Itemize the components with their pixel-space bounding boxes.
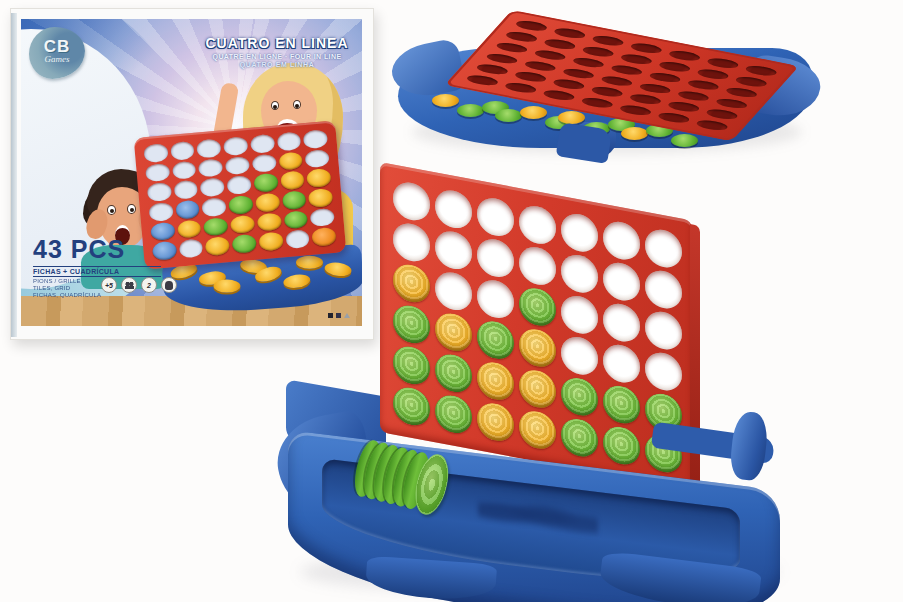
folded-hole-r1c6 [704, 57, 741, 70]
box-cell-r5c3 [203, 217, 228, 237]
base-front-left-foot [365, 556, 497, 602]
players-icon [125, 282, 134, 289]
folded-hole-r2c3 [580, 45, 617, 58]
cell-r1c3-empty [477, 195, 514, 239]
cell-r5c6-green [603, 383, 640, 427]
folded-hole-r1c7 [743, 64, 780, 77]
cell-r2c4-empty [519, 244, 556, 288]
folded-hole-r1c1 [513, 19, 550, 32]
folded-hole-r4c5 [637, 82, 674, 95]
hand-badge [161, 277, 177, 293]
boy-eye [107, 205, 116, 215]
folded-hole-r2c1 [503, 30, 540, 43]
folded-hole-r5c6 [665, 100, 702, 113]
cell-r5c5-green [561, 375, 598, 419]
folded-hole-r4c4 [598, 74, 635, 87]
cell-r6c2-green [435, 392, 472, 436]
girl-eye [293, 100, 301, 109]
folded-hole-r6c5 [617, 104, 654, 117]
folded-hole-r1c2 [551, 27, 588, 40]
players-count-text: 2 [147, 282, 151, 289]
box-cell-r1c4 [223, 136, 248, 156]
cell-r3c5-empty [561, 293, 598, 337]
box-cell-r3c1 [147, 182, 172, 202]
box-cell-r3c4 [227, 175, 252, 195]
folded-hole-r2c6 [695, 67, 732, 80]
folded-hole-r4c1 [484, 52, 521, 65]
box-cell-r1c2 [170, 141, 195, 161]
folded-hole-r4c2 [522, 59, 559, 72]
players-count-badge: 2 [141, 277, 157, 293]
box-cell-r1c1 [143, 143, 168, 163]
cell-r6c4-yellow [519, 408, 556, 452]
box-title: CUATRO EN LINEA [189, 35, 362, 51]
folded-hole-r3c2 [532, 48, 569, 61]
age-badge-text: +5 [105, 282, 113, 289]
box-left-edge [11, 13, 17, 337]
box-cell-r3c3 [200, 178, 225, 198]
cell-r1c5-empty [561, 211, 598, 255]
box-cell-r4c2 [175, 200, 200, 220]
folded-hole-r6c1 [464, 74, 501, 87]
cell-r3c6-empty [603, 301, 640, 345]
folded-hole-r3c6 [685, 78, 722, 91]
cell-r5c4-yellow [519, 367, 556, 411]
cell-r3c3-empty [477, 277, 514, 321]
folded-hole-r6c2 [502, 81, 539, 94]
cell-r3c7-empty [645, 309, 682, 353]
folded-hole-r5c2 [512, 70, 549, 83]
folded-hole-r6c3 [540, 89, 577, 102]
pile-disc-yellow [213, 280, 240, 293]
folded-hole-r2c5 [656, 60, 693, 73]
cell-r4c5-empty [561, 334, 598, 378]
cell-r6c5-green [561, 416, 598, 460]
cell-r4c7-empty [645, 350, 682, 394]
cell-r2c3-empty [477, 236, 514, 280]
cell-r4c3-green [477, 318, 514, 362]
assembled-game-unit [270, 130, 830, 600]
folded-hole-r2c7 [733, 75, 770, 88]
cell-r2c5-empty [561, 252, 598, 296]
base-right-post [729, 410, 770, 481]
box-cell-r6c4 [232, 234, 257, 254]
box-cell-r4c1 [148, 202, 173, 222]
box-subtitle-2: QUATRO EM LINHA [189, 61, 362, 68]
folded-hole-r3c4 [608, 63, 645, 76]
boy-eye [127, 204, 136, 214]
folded-hole-r5c1 [474, 63, 511, 76]
folded-hole-r2c4 [618, 52, 655, 65]
folded-hole-r3c3 [570, 56, 607, 69]
box-cell-r4c3 [202, 197, 227, 217]
folded-hole-r5c5 [627, 93, 664, 106]
product-photo: CB Games CUATRO EN LINEA QUATRE EN LIGNE… [0, 0, 903, 602]
hand-icon [165, 281, 173, 290]
cell-r2c1-empty [393, 220, 430, 264]
cell-r4c2-yellow [435, 310, 472, 354]
folded-hole-r5c7 [703, 108, 740, 121]
box-cell-r5c2 [177, 219, 202, 239]
box-cell-r6c2 [178, 239, 203, 259]
folded-hole-r4c7 [713, 97, 750, 110]
folded-hole-r3c1 [493, 41, 530, 54]
cell-r3c4-green [519, 285, 556, 329]
box-cell-r3c2 [173, 180, 198, 200]
folded-hole-r2c2 [541, 38, 578, 51]
pieces-count: 43 PCS [33, 235, 161, 264]
stored-disc-green [457, 104, 484, 117]
folded-hole-r4c6 [675, 89, 712, 102]
cell-r1c6-empty [603, 219, 640, 263]
folded-hole-r3c7 [723, 86, 760, 99]
logo-word: Games [29, 54, 85, 64]
contents-line-1: FICHAS + CUADRÍCULA [33, 266, 161, 277]
cell-r5c1-green [393, 343, 430, 387]
cell-r1c7-empty [645, 227, 682, 271]
box-cell-r4c4 [228, 195, 253, 215]
cell-r6c3-yellow [477, 400, 514, 444]
girl-eye [271, 101, 279, 110]
folded-hole-r4c3 [560, 67, 597, 80]
box-cell-r6c3 [205, 236, 230, 256]
cell-r1c2-empty [435, 187, 472, 231]
age-badge: +5 [101, 277, 117, 293]
cell-r5c3-yellow [477, 359, 514, 403]
folded-hole-r1c5 [666, 49, 703, 62]
box-cell-r1c3 [197, 139, 222, 159]
cell-r1c4-empty [519, 203, 556, 247]
cell-r6c1-green [393, 384, 430, 428]
folded-hole-r1c4 [628, 42, 665, 55]
stored-disc-yellow [432, 94, 459, 107]
box-cell-r2c1 [145, 163, 170, 183]
cell-r5c2-green [435, 351, 472, 395]
cell-r6c6-green [603, 424, 640, 468]
two-players-icon [121, 277, 137, 293]
box-cell-r2c4 [225, 156, 250, 176]
folded-hole-r1c3 [590, 34, 627, 47]
cell-r3c1-yellow [393, 261, 430, 305]
box-cell-r2c2 [172, 160, 197, 180]
stored-disc-yellow [520, 106, 547, 119]
badge-row: +5 2 [101, 277, 177, 293]
folded-hole-r3c5 [646, 71, 683, 84]
box-cell-r5c4 [230, 215, 255, 235]
cell-r2c2-empty [435, 228, 472, 272]
cell-r4c6-empty [603, 342, 640, 386]
box-subtitle: QUATRE EN LIGNE · FOUR IN LINE [189, 53, 362, 60]
cell-r2c7-empty [645, 268, 682, 312]
cell-r4c1-green [393, 302, 430, 346]
folded-hole-r6c4 [579, 96, 616, 109]
cell-r1c1-empty [393, 179, 430, 223]
box-cell-r2c3 [198, 158, 223, 178]
folded-hole-r5c4 [589, 85, 626, 98]
title-block: CUATRO EN LINEA QUATRE EN LIGNE · FOUR I… [189, 35, 362, 68]
folded-hole-r6c6 [655, 111, 692, 124]
cell-r3c2-empty [435, 269, 472, 313]
folded-hole-r5c3 [550, 78, 587, 91]
main-grid-panel [380, 162, 692, 490]
cell-r2c6-empty [603, 260, 640, 304]
cell-r4c4-yellow [519, 326, 556, 370]
